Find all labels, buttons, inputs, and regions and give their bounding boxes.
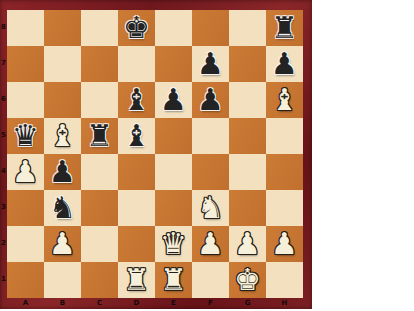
square-b3[interactable]: ♞ xyxy=(44,190,81,226)
rank-label-4: 4 xyxy=(0,168,7,175)
square-h8[interactable]: ♜ xyxy=(266,10,303,46)
square-b5[interactable]: ♝ xyxy=(44,118,81,154)
square-h5[interactable] xyxy=(266,118,303,154)
file-label-d: D xyxy=(118,298,155,309)
square-d6[interactable]: ♝ xyxy=(118,82,155,118)
square-h3[interactable] xyxy=(266,190,303,226)
square-c2[interactable] xyxy=(81,226,118,262)
black-bishop-piece: ♝ xyxy=(118,118,155,154)
white-king-piece: ♚ xyxy=(229,262,266,298)
square-e4[interactable] xyxy=(155,154,192,190)
black-bishop-piece: ♝ xyxy=(118,82,155,118)
square-f6[interactable]: ♟ xyxy=(192,82,229,118)
square-c5[interactable]: ♜ xyxy=(81,118,118,154)
rank-label-3: 3 xyxy=(0,204,7,211)
white-pawn-piece: ♟ xyxy=(229,226,266,262)
square-f4[interactable] xyxy=(192,154,229,190)
file-label-f: F xyxy=(192,298,229,309)
file-label-h: H xyxy=(266,298,303,309)
square-b4[interactable]: ♟ xyxy=(44,154,81,190)
white-rook-piece: ♜ xyxy=(118,262,155,298)
square-d3[interactable] xyxy=(118,190,155,226)
black-king-piece: ♚ xyxy=(118,10,155,46)
square-f8[interactable] xyxy=(192,10,229,46)
square-a2[interactable] xyxy=(7,226,44,262)
square-b2[interactable]: ♟ xyxy=(44,226,81,262)
square-g6[interactable] xyxy=(229,82,266,118)
black-pawn-piece: ♟ xyxy=(192,46,229,82)
square-h1[interactable] xyxy=(266,262,303,298)
black-pawn-piece: ♟ xyxy=(44,154,81,190)
rank-label-5: 5 xyxy=(0,132,7,139)
white-rook-piece: ♜ xyxy=(155,262,192,298)
rank-label-8: 8 xyxy=(0,24,7,31)
square-e1[interactable]: ♜ xyxy=(155,262,192,298)
black-queen-piece: ♛ xyxy=(7,118,44,154)
square-d5[interactable]: ♝ xyxy=(118,118,155,154)
square-c8[interactable] xyxy=(81,10,118,46)
square-e6[interactable]: ♟ xyxy=(155,82,192,118)
white-bishop-piece: ♝ xyxy=(44,118,81,154)
black-pawn-piece: ♟ xyxy=(155,82,192,118)
square-h2[interactable]: ♟ xyxy=(266,226,303,262)
file-label-e: E xyxy=(155,298,192,309)
square-g8[interactable] xyxy=(229,10,266,46)
square-e3[interactable] xyxy=(155,190,192,226)
square-e7[interactable] xyxy=(155,46,192,82)
square-b6[interactable] xyxy=(44,82,81,118)
square-g4[interactable] xyxy=(229,154,266,190)
white-knight-piece: ♞ xyxy=(192,190,229,226)
rank-label-6: 6 xyxy=(0,96,7,103)
square-c3[interactable] xyxy=(81,190,118,226)
white-bishop-piece: ♝ xyxy=(266,82,303,118)
black-rook-piece: ♜ xyxy=(266,10,303,46)
square-a1[interactable] xyxy=(7,262,44,298)
chess-board-frame: ♚♜♟♟♝♟♟♝♛♝♜♝♟♟♞♞♟♛♟♟♟♜♜♚ 87654321 ABCDEF… xyxy=(0,0,312,309)
rank-label-1: 1 xyxy=(0,276,7,283)
square-f7[interactable]: ♟ xyxy=(192,46,229,82)
square-g5[interactable] xyxy=(229,118,266,154)
square-h4[interactable] xyxy=(266,154,303,190)
square-g3[interactable] xyxy=(229,190,266,226)
square-a5[interactable]: ♛ xyxy=(7,118,44,154)
square-a6[interactable] xyxy=(7,82,44,118)
black-pawn-piece: ♟ xyxy=(266,46,303,82)
square-b8[interactable] xyxy=(44,10,81,46)
page: ♚♜♟♟♝♟♟♝♛♝♜♝♟♟♞♞♟♛♟♟♟♜♜♚ 87654321 ABCDEF… xyxy=(0,0,414,311)
square-d2[interactable] xyxy=(118,226,155,262)
file-label-c: C xyxy=(81,298,118,309)
square-e2[interactable]: ♛ xyxy=(155,226,192,262)
square-f3[interactable]: ♞ xyxy=(192,190,229,226)
white-pawn-piece: ♟ xyxy=(44,226,81,262)
square-f2[interactable]: ♟ xyxy=(192,226,229,262)
square-f5[interactable] xyxy=(192,118,229,154)
square-a7[interactable] xyxy=(7,46,44,82)
square-b1[interactable] xyxy=(44,262,81,298)
square-d1[interactable]: ♜ xyxy=(118,262,155,298)
square-c7[interactable] xyxy=(81,46,118,82)
white-pawn-piece: ♟ xyxy=(192,226,229,262)
square-d7[interactable] xyxy=(118,46,155,82)
black-knight-piece: ♞ xyxy=(44,190,81,226)
square-e8[interactable] xyxy=(155,10,192,46)
square-b7[interactable] xyxy=(44,46,81,82)
square-h6[interactable]: ♝ xyxy=(266,82,303,118)
black-rook-piece: ♜ xyxy=(81,118,118,154)
white-queen-piece: ♛ xyxy=(155,226,192,262)
square-g1[interactable]: ♚ xyxy=(229,262,266,298)
square-g7[interactable] xyxy=(229,46,266,82)
chess-board: ♚♜♟♟♝♟♟♝♛♝♜♝♟♟♞♞♟♛♟♟♟♜♜♚ xyxy=(7,10,303,298)
square-c4[interactable] xyxy=(81,154,118,190)
black-pawn-piece: ♟ xyxy=(192,82,229,118)
white-pawn-piece: ♟ xyxy=(266,226,303,262)
file-label-a: A xyxy=(7,298,44,309)
square-c1[interactable] xyxy=(81,262,118,298)
square-a4[interactable]: ♟ xyxy=(7,154,44,190)
rank-label-7: 7 xyxy=(0,60,7,67)
square-a3[interactable] xyxy=(7,190,44,226)
rank-label-2: 2 xyxy=(0,240,7,247)
square-g2[interactable]: ♟ xyxy=(229,226,266,262)
square-a8[interactable] xyxy=(7,10,44,46)
square-h7[interactable]: ♟ xyxy=(266,46,303,82)
white-pawn-piece: ♟ xyxy=(7,154,44,190)
square-e5[interactable] xyxy=(155,118,192,154)
square-c6[interactable] xyxy=(81,82,118,118)
square-d4[interactable] xyxy=(118,154,155,190)
file-label-g: G xyxy=(229,298,266,309)
file-label-b: B xyxy=(44,298,81,309)
square-d8[interactable]: ♚ xyxy=(118,10,155,46)
square-f1[interactable] xyxy=(192,262,229,298)
